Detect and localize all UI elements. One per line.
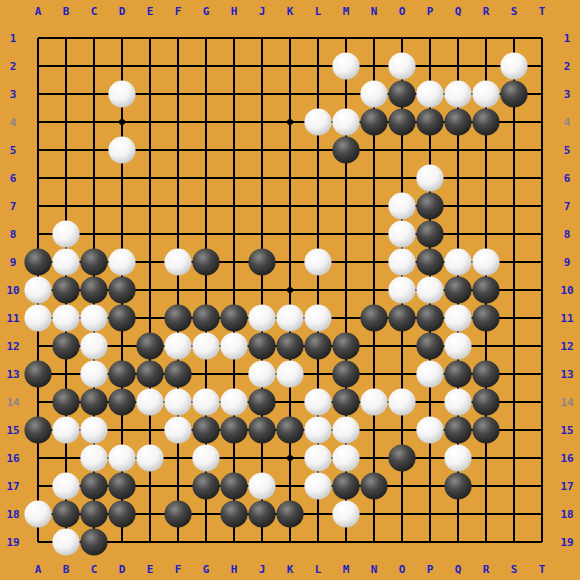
stone-black-H17: [220, 472, 247, 499]
stone-black-O11: [388, 304, 415, 331]
stone-white-G12: [192, 332, 219, 359]
stone-black-Q17: [444, 472, 471, 499]
stone-white-Q12: [444, 332, 471, 359]
stone-white-M18: [332, 500, 359, 527]
stone-black-H15: [220, 416, 247, 443]
stone-black-P8: [416, 220, 443, 247]
stone-white-F14: [164, 388, 191, 415]
coord-label-right-11: 11: [560, 312, 574, 325]
stone-black-M17: [332, 472, 359, 499]
coord-label-left-9: 9: [10, 256, 17, 269]
stone-white-C12: [80, 332, 107, 359]
coord-label-bottom-T: T: [539, 563, 546, 576]
stone-white-D9: [108, 248, 135, 275]
coord-label-left-18: 18: [6, 508, 19, 521]
stone-white-O8: [388, 220, 415, 247]
stone-white-B11: [52, 304, 79, 331]
stone-white-L15: [304, 416, 331, 443]
stone-black-A9: [24, 248, 51, 275]
stone-black-J12: [248, 332, 275, 359]
coord-label-bottom-H: H: [231, 563, 238, 576]
stone-black-B12: [52, 332, 79, 359]
coord-label-bottom-N: N: [371, 563, 378, 576]
coord-label-left-1: 1: [10, 32, 17, 45]
coord-label-right-18: 18: [560, 508, 573, 521]
stone-black-C9: [80, 248, 107, 275]
stone-white-Q3: [444, 80, 471, 107]
stone-white-Q14: [444, 388, 471, 415]
stone-white-L9: [304, 248, 331, 275]
coord-label-left-4: 4: [10, 116, 17, 129]
stone-white-G16: [192, 444, 219, 471]
stone-white-M4: [332, 108, 359, 135]
stone-white-G14: [192, 388, 219, 415]
stone-black-S3: [500, 80, 527, 107]
coord-label-bottom-F: F: [175, 563, 182, 576]
stone-black-F11: [164, 304, 191, 331]
stone-black-Q15: [444, 416, 471, 443]
stone-black-D13: [108, 360, 135, 387]
star-point-K10: [287, 287, 293, 293]
coord-label-left-6: 6: [10, 172, 17, 185]
coord-label-bottom-S: S: [511, 563, 518, 576]
coord-label-left-19: 19: [6, 536, 19, 549]
stone-white-L14: [304, 388, 331, 415]
stone-white-D16: [108, 444, 135, 471]
coord-label-top-C: C: [91, 5, 98, 18]
stone-white-N14: [360, 388, 387, 415]
coord-label-right-16: 16: [560, 452, 574, 465]
coord-label-right-10: 10: [560, 284, 573, 297]
stone-black-B10: [52, 276, 79, 303]
stone-black-O3: [388, 80, 415, 107]
stone-black-N11: [360, 304, 387, 331]
stone-black-D11: [108, 304, 135, 331]
stone-white-P10: [416, 276, 443, 303]
stone-white-O14: [388, 388, 415, 415]
stone-white-N3: [360, 80, 387, 107]
stone-white-C11: [80, 304, 107, 331]
coord-label-right-3: 3: [564, 88, 571, 101]
stone-white-R9: [472, 248, 499, 275]
stone-white-O9: [388, 248, 415, 275]
stone-white-L16: [304, 444, 331, 471]
coord-label-top-L: L: [315, 5, 322, 18]
stone-white-B15: [52, 416, 79, 443]
coord-label-bottom-C: C: [91, 563, 98, 576]
stone-black-B14: [52, 388, 79, 415]
coord-label-left-10: 10: [6, 284, 19, 297]
stone-white-L17: [304, 472, 331, 499]
coord-label-left-12: 12: [6, 340, 19, 353]
stone-black-R14: [472, 388, 499, 415]
coord-label-right-4: 4: [564, 116, 571, 129]
stone-black-C10: [80, 276, 107, 303]
stone-black-K15: [276, 416, 303, 443]
star-point-K16: [287, 455, 293, 461]
stone-black-N4: [360, 108, 387, 135]
stone-white-B8: [52, 220, 79, 247]
coord-label-bottom-B: B: [63, 563, 70, 576]
coord-label-bottom-D: D: [119, 563, 126, 576]
coord-label-left-8: 8: [10, 228, 17, 241]
stone-white-A11: [24, 304, 51, 331]
stone-white-Q16: [444, 444, 471, 471]
coord-label-left-5: 5: [10, 144, 17, 157]
coord-label-top-M: M: [343, 5, 350, 18]
coord-label-bottom-J: J: [259, 563, 266, 576]
stone-white-Q11: [444, 304, 471, 331]
coord-label-right-15: 15: [560, 424, 573, 437]
stone-white-A18: [24, 500, 51, 527]
coord-label-right-19: 19: [560, 536, 573, 549]
stone-black-P12: [416, 332, 443, 359]
coord-label-bottom-G: G: [203, 563, 210, 576]
coord-label-bottom-K: K: [287, 563, 294, 576]
coord-label-top-G: G: [203, 5, 210, 18]
stone-black-D18: [108, 500, 135, 527]
coord-label-left-13: 13: [6, 368, 19, 381]
coord-label-top-B: B: [63, 5, 70, 18]
coord-label-bottom-R: R: [483, 563, 490, 576]
stone-white-F9: [164, 248, 191, 275]
coord-label-right-1: 1: [564, 32, 571, 45]
star-point-K4: [287, 119, 293, 125]
coord-label-bottom-M: M: [343, 563, 350, 576]
coord-label-left-11: 11: [6, 312, 20, 325]
stone-black-C17: [80, 472, 107, 499]
stone-white-C13: [80, 360, 107, 387]
stone-black-J18: [248, 500, 275, 527]
coord-label-top-T: T: [539, 5, 546, 18]
stone-white-B17: [52, 472, 79, 499]
coord-label-top-O: O: [399, 5, 406, 18]
stone-white-R3: [472, 80, 499, 107]
coord-label-top-F: F: [175, 5, 182, 18]
stone-black-C14: [80, 388, 107, 415]
coord-label-left-7: 7: [10, 200, 17, 213]
stone-white-E14: [136, 388, 163, 415]
stone-black-R13: [472, 360, 499, 387]
stone-black-R15: [472, 416, 499, 443]
coord-label-right-5: 5: [564, 144, 571, 157]
stone-white-B19: [52, 528, 79, 555]
stone-black-K12: [276, 332, 303, 359]
stone-white-M2: [332, 52, 359, 79]
stone-black-K18: [276, 500, 303, 527]
coord-label-right-2: 2: [564, 60, 571, 73]
stone-white-M16: [332, 444, 359, 471]
stone-black-D17: [108, 472, 135, 499]
stone-white-M15: [332, 416, 359, 443]
stone-black-R10: [472, 276, 499, 303]
stone-black-D14: [108, 388, 135, 415]
stone-black-J15: [248, 416, 275, 443]
stone-white-D5: [108, 136, 135, 163]
stone-black-R11: [472, 304, 499, 331]
stone-white-J13: [248, 360, 275, 387]
stone-black-G15: [192, 416, 219, 443]
coord-label-right-12: 12: [560, 340, 573, 353]
coord-label-top-P: P: [427, 5, 434, 18]
stone-black-Q13: [444, 360, 471, 387]
stone-white-O7: [388, 192, 415, 219]
stone-white-P15: [416, 416, 443, 443]
coord-label-bottom-O: O: [399, 563, 406, 576]
stone-white-F15: [164, 416, 191, 443]
stone-white-C15: [80, 416, 107, 443]
coord-label-top-E: E: [147, 5, 154, 18]
stone-black-G17: [192, 472, 219, 499]
stone-black-F18: [164, 500, 191, 527]
stone-black-N17: [360, 472, 387, 499]
stone-black-P9: [416, 248, 443, 275]
stone-white-Q9: [444, 248, 471, 275]
stone-white-C16: [80, 444, 107, 471]
stone-black-Q4: [444, 108, 471, 135]
stone-black-O16: [388, 444, 415, 471]
stone-white-H12: [220, 332, 247, 359]
coord-label-top-K: K: [287, 5, 294, 18]
stone-black-H18: [220, 500, 247, 527]
coord-label-right-6: 6: [564, 172, 571, 185]
stone-white-P6: [416, 164, 443, 191]
coord-label-right-9: 9: [564, 256, 571, 269]
coord-label-right-17: 17: [560, 480, 573, 493]
stone-black-D10: [108, 276, 135, 303]
stone-black-M5: [332, 136, 359, 163]
stone-white-H14: [220, 388, 247, 415]
coord-label-top-Q: Q: [455, 5, 462, 18]
stone-white-K13: [276, 360, 303, 387]
coord-label-left-14: 14: [6, 396, 20, 409]
stone-black-P7: [416, 192, 443, 219]
stone-white-D3: [108, 80, 135, 107]
coord-label-left-15: 15: [6, 424, 19, 437]
coord-label-top-D: D: [119, 5, 126, 18]
stone-black-R4: [472, 108, 499, 135]
stone-white-O10: [388, 276, 415, 303]
stone-black-E12: [136, 332, 163, 359]
stone-black-Q10: [444, 276, 471, 303]
stone-black-G11: [192, 304, 219, 331]
coord-label-left-16: 16: [6, 452, 20, 465]
coord-label-right-8: 8: [564, 228, 571, 241]
stone-black-O4: [388, 108, 415, 135]
stone-white-S2: [500, 52, 527, 79]
stone-black-P11: [416, 304, 443, 331]
coord-label-left-3: 3: [10, 88, 17, 101]
coord-label-top-N: N: [371, 5, 378, 18]
coord-label-bottom-L: L: [315, 563, 322, 576]
stone-black-J9: [248, 248, 275, 275]
coord-label-top-A: A: [35, 5, 42, 18]
stone-black-C18: [80, 500, 107, 527]
coord-label-bottom-E: E: [147, 563, 154, 576]
stone-black-A15: [24, 416, 51, 443]
stone-white-E16: [136, 444, 163, 471]
stone-black-E13: [136, 360, 163, 387]
stone-black-M14: [332, 388, 359, 415]
stone-black-P4: [416, 108, 443, 135]
coord-label-bottom-P: P: [427, 563, 434, 576]
go-board-screenshot: AABBCCDDEEFFGGHHJJKKLLMMNNOOPPQQRRSSTT11…: [0, 0, 580, 580]
stone-black-J14: [248, 388, 275, 415]
stone-white-A10: [24, 276, 51, 303]
star-point-D4: [119, 119, 125, 125]
go-board[interactable]: AABBCCDDEEFFGGHHJJKKLLMMNNOOPPQQRRSSTT11…: [0, 0, 580, 580]
stone-white-L4: [304, 108, 331, 135]
stone-white-P13: [416, 360, 443, 387]
stone-white-B9: [52, 248, 79, 275]
stone-black-F13: [164, 360, 191, 387]
stone-black-C19: [80, 528, 107, 555]
stone-white-J11: [248, 304, 275, 331]
stone-black-H11: [220, 304, 247, 331]
coord-label-top-H: H: [231, 5, 238, 18]
coord-label-bottom-A: A: [35, 563, 42, 576]
coord-label-top-J: J: [259, 5, 266, 18]
stone-black-L12: [304, 332, 331, 359]
stone-black-M12: [332, 332, 359, 359]
stone-black-B18: [52, 500, 79, 527]
stone-white-J17: [248, 472, 275, 499]
stone-white-K11: [276, 304, 303, 331]
stone-black-G9: [192, 248, 219, 275]
coord-label-right-13: 13: [560, 368, 573, 381]
coord-label-left-2: 2: [10, 60, 17, 73]
stone-black-M13: [332, 360, 359, 387]
coord-label-right-14: 14: [560, 396, 574, 409]
stone-white-P3: [416, 80, 443, 107]
coord-label-top-S: S: [511, 5, 518, 18]
stone-white-L11: [304, 304, 331, 331]
stone-white-F12: [164, 332, 191, 359]
coord-label-bottom-Q: Q: [455, 563, 462, 576]
coord-label-top-R: R: [483, 5, 490, 18]
coord-label-left-17: 17: [6, 480, 19, 493]
coord-label-right-7: 7: [564, 200, 571, 213]
stone-black-A13: [24, 360, 51, 387]
stone-white-O2: [388, 52, 415, 79]
